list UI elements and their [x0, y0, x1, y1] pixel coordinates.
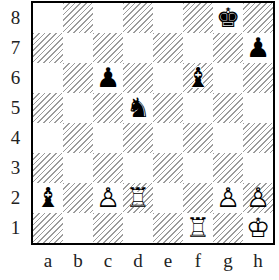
- square-b5[interactable]: [63, 93, 93, 123]
- rank-label-4: 4: [5, 123, 27, 153]
- square-a7[interactable]: [33, 33, 63, 63]
- board-frame: ♚♟♟♝♞♝♟♙♜♖♟♙♟♙♜♖♚♔: [31, 1, 275, 245]
- square-f3[interactable]: [183, 153, 213, 183]
- white-pawn-glyph: ♙: [246, 183, 270, 213]
- file-label-a: a: [33, 245, 63, 277]
- rank-label-3: 3: [5, 153, 27, 183]
- chess-board: ♚♟♟♝♞♝♟♙♜♖♟♙♟♙♜♖♚♔: [33, 3, 273, 243]
- black-pawn-glyph: ♟: [246, 33, 270, 63]
- white-pawn: ♟♙: [213, 183, 243, 213]
- square-b6[interactable]: [63, 63, 93, 93]
- black-bishop: ♝: [183, 63, 213, 93]
- square-g1[interactable]: [213, 213, 243, 243]
- black-bishop-glyph: ♝: [36, 183, 60, 213]
- square-e5[interactable]: [153, 93, 183, 123]
- square-g3[interactable]: [213, 153, 243, 183]
- square-f5[interactable]: [183, 93, 213, 123]
- square-d5[interactable]: ♞: [123, 93, 153, 123]
- square-g8[interactable]: ♚: [213, 3, 243, 33]
- black-bishop-glyph: ♝: [186, 63, 210, 93]
- file-label-f: f: [183, 245, 213, 277]
- white-pawn: ♟♙: [243, 183, 273, 213]
- white-king-glyph: ♔: [246, 213, 270, 243]
- square-b7[interactable]: [63, 33, 93, 63]
- square-d4[interactable]: [123, 123, 153, 153]
- square-g6[interactable]: [213, 63, 243, 93]
- black-pawn: ♟: [243, 33, 273, 63]
- rank-label-8: 8: [5, 3, 27, 33]
- square-h7[interactable]: ♟: [243, 33, 273, 63]
- square-d2[interactable]: ♜♖: [123, 183, 153, 213]
- square-h3[interactable]: [243, 153, 273, 183]
- square-h1[interactable]: ♚♔: [243, 213, 273, 243]
- square-a2[interactable]: ♝: [33, 183, 63, 213]
- square-h8[interactable]: [243, 3, 273, 33]
- square-g4[interactable]: [213, 123, 243, 153]
- white-rook: ♜♖: [183, 213, 213, 243]
- square-f8[interactable]: [183, 3, 213, 33]
- white-rook-glyph: ♖: [186, 213, 210, 243]
- square-b4[interactable]: [63, 123, 93, 153]
- file-label-c: c: [93, 245, 123, 277]
- square-a4[interactable]: [33, 123, 63, 153]
- square-b3[interactable]: [63, 153, 93, 183]
- black-king: ♚: [213, 3, 243, 33]
- white-rook: ♜♖: [123, 183, 153, 213]
- white-rook-glyph: ♖: [126, 183, 150, 213]
- black-pawn: ♟: [93, 63, 123, 93]
- square-d8[interactable]: [123, 3, 153, 33]
- square-e6[interactable]: [153, 63, 183, 93]
- black-king-glyph: ♚: [216, 3, 240, 33]
- square-d3[interactable]: [123, 153, 153, 183]
- square-f1[interactable]: ♜♖: [183, 213, 213, 243]
- white-king: ♚♔: [243, 213, 273, 243]
- rank-label-2: 2: [5, 183, 27, 213]
- square-c5[interactable]: [93, 93, 123, 123]
- file-label-g: g: [213, 245, 243, 277]
- square-g7[interactable]: [213, 33, 243, 63]
- square-h6[interactable]: [243, 63, 273, 93]
- square-c2[interactable]: ♟♙: [93, 183, 123, 213]
- square-a3[interactable]: [33, 153, 63, 183]
- square-c4[interactable]: [93, 123, 123, 153]
- square-g2[interactable]: ♟♙: [213, 183, 243, 213]
- square-c8[interactable]: [93, 3, 123, 33]
- rank-labels: 87654321: [0, 3, 31, 243]
- square-c1[interactable]: [93, 213, 123, 243]
- black-knight: ♞: [123, 93, 153, 123]
- rank-label-7: 7: [5, 33, 27, 63]
- square-a8[interactable]: [33, 3, 63, 33]
- file-label-b: b: [63, 245, 93, 277]
- rank-label-5: 5: [5, 93, 27, 123]
- square-e4[interactable]: [153, 123, 183, 153]
- white-pawn-glyph: ♙: [216, 183, 240, 213]
- file-labels: abcdefgh: [33, 245, 273, 277]
- square-h2[interactable]: ♟♙: [243, 183, 273, 213]
- file-label-h: h: [243, 245, 273, 277]
- square-c3[interactable]: [93, 153, 123, 183]
- square-a1[interactable]: [33, 213, 63, 243]
- rank-label-6: 6: [5, 63, 27, 93]
- square-e1[interactable]: [153, 213, 183, 243]
- square-d1[interactable]: [123, 213, 153, 243]
- chess-diagram: 87654321 ♚♟♟♝♞♝♟♙♜♖♟♙♟♙♜♖♚♔ abcdefgh: [0, 0, 279, 280]
- square-f4[interactable]: [183, 123, 213, 153]
- black-bishop: ♝: [33, 183, 63, 213]
- square-b2[interactable]: [63, 183, 93, 213]
- white-pawn: ♟♙: [93, 183, 123, 213]
- white-pawn-glyph: ♙: [96, 183, 120, 213]
- square-e8[interactable]: [153, 3, 183, 33]
- square-d7[interactable]: [123, 33, 153, 63]
- square-c7[interactable]: [93, 33, 123, 63]
- square-h5[interactable]: [243, 93, 273, 123]
- square-f6[interactable]: ♝: [183, 63, 213, 93]
- square-a5[interactable]: [33, 93, 63, 123]
- square-e2[interactable]: [153, 183, 183, 213]
- square-e3[interactable]: [153, 153, 183, 183]
- square-e7[interactable]: [153, 33, 183, 63]
- square-h4[interactable]: [243, 123, 273, 153]
- square-f2[interactable]: [183, 183, 213, 213]
- black-pawn-glyph: ♟: [96, 63, 120, 93]
- file-label-d: d: [123, 245, 153, 277]
- square-a6[interactable]: [33, 63, 63, 93]
- square-d6[interactable]: [123, 63, 153, 93]
- square-b8[interactable]: [63, 3, 93, 33]
- rank-label-1: 1: [5, 213, 27, 243]
- square-g5[interactable]: [213, 93, 243, 123]
- black-knight-glyph: ♞: [126, 93, 150, 123]
- square-f7[interactable]: [183, 33, 213, 63]
- file-label-e: e: [153, 245, 183, 277]
- square-c6[interactable]: ♟: [93, 63, 123, 93]
- square-b1[interactable]: [63, 213, 93, 243]
